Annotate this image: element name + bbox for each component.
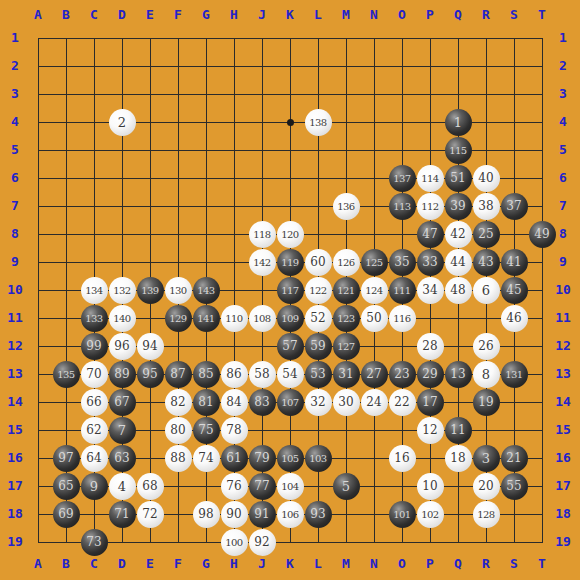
stone-O13-move-23[interactable]: 23	[389, 361, 416, 388]
stone-J14-move-83[interactable]: 83	[249, 389, 276, 416]
stone-R17-move-20[interactable]: 20	[473, 473, 500, 500]
coord-label-top-A: A	[24, 7, 52, 22]
stone-S16-move-21[interactable]: 21	[501, 445, 528, 472]
stone-H15-move-78[interactable]: 78	[221, 417, 248, 444]
coord-label-left-5: 5	[2, 136, 28, 164]
stone-F11-move-129[interactable]: 129	[165, 305, 192, 332]
stone-P17-move-10[interactable]: 10	[417, 473, 444, 500]
stone-B17-move-65[interactable]: 65	[53, 473, 80, 500]
stone-M9-move-126[interactable]: 126	[333, 249, 360, 276]
stone-K12-move-57[interactable]: 57	[277, 333, 304, 360]
stone-F15-move-80[interactable]: 80	[165, 417, 192, 444]
stone-C17-move-9[interactable]: 9	[81, 473, 108, 500]
stone-L18-move-93[interactable]: 93	[305, 501, 332, 528]
coord-label-left-19: 19	[2, 528, 28, 556]
stone-Q7-move-39[interactable]: 39	[445, 193, 472, 220]
stone-L11-move-52[interactable]: 52	[305, 305, 332, 332]
coord-label-right-10: 10	[550, 276, 576, 304]
coord-label-bottom-K: K	[276, 556, 304, 571]
stone-S11-move-46[interactable]: 46	[501, 305, 528, 332]
coord-label-left-15: 15	[2, 416, 28, 444]
coord-label-right-4: 4	[550, 108, 576, 136]
stone-J17-move-77[interactable]: 77	[249, 473, 276, 500]
stone-H17-move-76[interactable]: 76	[221, 473, 248, 500]
stone-Q6-move-51[interactable]: 51	[445, 165, 472, 192]
stone-Q16-move-18[interactable]: 18	[445, 445, 472, 472]
coord-label-bottom-A: A	[24, 556, 52, 571]
stone-P8-move-47[interactable]: 47	[417, 221, 444, 248]
stone-K17-move-104[interactable]: 104	[277, 473, 304, 500]
coord-label-right-11: 11	[550, 304, 576, 332]
coord-label-top-C: C	[80, 7, 108, 22]
coord-label-bottom-R: R	[472, 556, 500, 571]
coord-label-right-14: 14	[550, 388, 576, 416]
coord-label-left-13: 13	[2, 360, 28, 388]
coord-label-bottom-O: O	[388, 556, 416, 571]
stone-H13-move-86[interactable]: 86	[221, 361, 248, 388]
stone-G10-move-143[interactable]: 143	[193, 277, 220, 304]
coord-label-left-17: 17	[2, 472, 28, 500]
coord-label-left-14: 14	[2, 388, 28, 416]
coord-label-top-B: B	[52, 7, 80, 22]
coord-label-right-17: 17	[550, 472, 576, 500]
stone-F16-move-88[interactable]: 88	[165, 445, 192, 472]
stone-O7-move-113[interactable]: 113	[389, 193, 416, 220]
stone-D12-move-96[interactable]: 96	[109, 333, 136, 360]
coord-label-bottom-Q: Q	[444, 556, 472, 571]
stone-P7-move-112[interactable]: 112	[417, 193, 444, 220]
stone-D11-move-140[interactable]: 140	[109, 305, 136, 332]
stone-B18-move-69[interactable]: 69	[53, 501, 80, 528]
stone-H19-move-100[interactable]: 100	[221, 529, 248, 556]
stone-Q4-move-1[interactable]: 1	[445, 109, 472, 136]
coord-label-top-N: N	[360, 7, 388, 22]
coord-label-top-P: P	[416, 7, 444, 22]
coord-label-left-3: 3	[2, 80, 28, 108]
stone-E10-move-139[interactable]: 139	[137, 277, 164, 304]
stone-R10-move-6[interactable]: 6	[473, 277, 500, 304]
stone-O14-move-22[interactable]: 22	[389, 389, 416, 416]
stone-J16-move-79[interactable]: 79	[249, 445, 276, 472]
stone-G11-move-141[interactable]: 141	[193, 305, 220, 332]
coord-label-top-G: G	[192, 7, 220, 22]
stone-L13-move-53[interactable]: 53	[305, 361, 332, 388]
stone-M17-move-5[interactable]: 5	[333, 473, 360, 500]
grid-line	[542, 38, 543, 543]
stone-K11-move-109[interactable]: 109	[277, 305, 304, 332]
stone-J13-move-58[interactable]: 58	[249, 361, 276, 388]
stone-O16-move-16[interactable]: 16	[389, 445, 416, 472]
stone-Q5-move-115[interactable]: 115	[445, 137, 472, 164]
coord-label-top-H: H	[220, 7, 248, 22]
stone-H18-move-90[interactable]: 90	[221, 501, 248, 528]
stone-R18-move-128[interactable]: 128	[473, 501, 500, 528]
stone-S10-move-45[interactable]: 45	[501, 277, 528, 304]
stone-E12-move-94[interactable]: 94	[137, 333, 164, 360]
coord-label-bottom-H: H	[220, 556, 248, 571]
stone-D18-move-71[interactable]: 71	[109, 501, 136, 528]
stone-R14-move-19[interactable]: 19	[473, 389, 500, 416]
stone-E18-move-72[interactable]: 72	[137, 501, 164, 528]
stone-G15-move-75[interactable]: 75	[193, 417, 220, 444]
stone-J11-move-108[interactable]: 108	[249, 305, 276, 332]
coord-label-right-3: 3	[550, 80, 576, 108]
stone-F13-move-87[interactable]: 87	[165, 361, 192, 388]
stone-K18-move-106[interactable]: 106	[277, 501, 304, 528]
coord-label-left-4: 4	[2, 108, 28, 136]
stone-N14-move-24[interactable]: 24	[361, 389, 388, 416]
coord-label-top-S: S	[500, 7, 528, 22]
stone-B16-move-97[interactable]: 97	[53, 445, 80, 472]
coord-label-left-8: 8	[2, 220, 28, 248]
stone-R13-move-8[interactable]: 8	[473, 361, 500, 388]
coord-label-right-15: 15	[550, 416, 576, 444]
stone-D17-move-4[interactable]: 4	[109, 473, 136, 500]
coord-label-left-2: 2	[2, 52, 28, 80]
coord-label-left-18: 18	[2, 500, 28, 528]
coord-label-bottom-D: D	[108, 556, 136, 571]
coord-label-bottom-E: E	[136, 556, 164, 571]
stone-G13-move-85[interactable]: 85	[193, 361, 220, 388]
stone-P12-move-28[interactable]: 28	[417, 333, 444, 360]
coord-label-left-16: 16	[2, 444, 28, 472]
stone-Q13-move-13[interactable]: 13	[445, 361, 472, 388]
stone-O18-move-101[interactable]: 101	[389, 501, 416, 528]
stone-P13-move-29[interactable]: 29	[417, 361, 444, 388]
stone-T8-move-49[interactable]: 49	[529, 221, 556, 248]
stone-C12-move-99[interactable]: 99	[81, 333, 108, 360]
stone-L10-move-122[interactable]: 122	[305, 277, 332, 304]
stone-R9-move-43[interactable]: 43	[473, 249, 500, 276]
coord-label-top-M: M	[332, 7, 360, 22]
coord-label-left-11: 11	[2, 304, 28, 332]
coord-label-top-F: F	[164, 7, 192, 22]
stone-B13-move-135[interactable]: 135	[53, 361, 80, 388]
stone-J18-move-91[interactable]: 91	[249, 501, 276, 528]
stone-K14-move-107[interactable]: 107	[277, 389, 304, 416]
coord-label-bottom-J: J	[248, 556, 276, 571]
stone-S13-move-131[interactable]: 131	[501, 361, 528, 388]
stone-H16-move-61[interactable]: 61	[221, 445, 248, 472]
stone-G16-move-74[interactable]: 74	[193, 445, 220, 472]
stone-J8-move-118[interactable]: 118	[249, 221, 276, 248]
stone-K8-move-120[interactable]: 120	[277, 221, 304, 248]
coord-label-bottom-F: F	[164, 556, 192, 571]
coord-label-right-12: 12	[550, 332, 576, 360]
stone-O6-move-137[interactable]: 137	[389, 165, 416, 192]
stone-D16-move-63[interactable]: 63	[109, 445, 136, 472]
coord-label-right-2: 2	[550, 52, 576, 80]
stone-C16-move-64[interactable]: 64	[81, 445, 108, 472]
coord-label-right-9: 9	[550, 248, 576, 276]
star-point-K4	[287, 119, 294, 126]
stone-L9-move-60[interactable]: 60	[305, 249, 332, 276]
coord-label-left-6: 6	[2, 164, 28, 192]
stone-H11-move-110[interactable]: 110	[221, 305, 248, 332]
stone-S17-move-55[interactable]: 55	[501, 473, 528, 500]
stone-R8-move-25[interactable]: 25	[473, 221, 500, 248]
stone-G18-move-98[interactable]: 98	[193, 501, 220, 528]
stone-P14-move-17[interactable]: 17	[417, 389, 444, 416]
stone-D10-move-132[interactable]: 132	[109, 277, 136, 304]
stone-C10-move-134[interactable]: 134	[81, 277, 108, 304]
coord-label-top-T: T	[528, 7, 556, 22]
stone-K9-move-119[interactable]: 119	[277, 249, 304, 276]
stone-M7-move-136[interactable]: 136	[333, 193, 360, 220]
stone-N11-move-50[interactable]: 50	[361, 305, 388, 332]
stone-Q9-move-44[interactable]: 44	[445, 249, 472, 276]
coord-label-top-D: D	[108, 7, 136, 22]
stone-M14-move-30[interactable]: 30	[333, 389, 360, 416]
stone-Q15-move-11[interactable]: 11	[445, 417, 472, 444]
stone-R7-move-38[interactable]: 38	[473, 193, 500, 220]
stone-N10-move-124[interactable]: 124	[361, 277, 388, 304]
stone-L16-move-103[interactable]: 103	[305, 445, 332, 472]
stone-O10-move-111[interactable]: 111	[389, 277, 416, 304]
stone-D13-move-89[interactable]: 89	[109, 361, 136, 388]
coord-label-left-12: 12	[2, 332, 28, 360]
stone-P10-move-34[interactable]: 34	[417, 277, 444, 304]
stone-C14-move-66[interactable]: 66	[81, 389, 108, 416]
stone-P6-move-114[interactable]: 114	[417, 165, 444, 192]
coord-label-bottom-G: G	[192, 556, 220, 571]
stone-K10-move-117[interactable]: 117	[277, 277, 304, 304]
coord-label-left-1: 1	[2, 24, 28, 52]
stone-M13-move-31[interactable]: 31	[333, 361, 360, 388]
coord-label-top-Q: Q	[444, 7, 472, 22]
coord-label-left-9: 9	[2, 248, 28, 276]
stone-C11-move-133[interactable]: 133	[81, 305, 108, 332]
stone-L14-move-32[interactable]: 32	[305, 389, 332, 416]
stone-G14-move-81[interactable]: 81	[193, 389, 220, 416]
stone-N9-move-125[interactable]: 125	[361, 249, 388, 276]
stone-D15-move-7[interactable]: 7	[109, 417, 136, 444]
stone-M11-move-123[interactable]: 123	[333, 305, 360, 332]
coord-label-top-J: J	[248, 7, 276, 22]
stone-L12-move-59[interactable]: 59	[305, 333, 332, 360]
stone-P18-move-102[interactable]: 102	[417, 501, 444, 528]
coord-label-right-13: 13	[550, 360, 576, 388]
coord-label-right-1: 1	[550, 24, 576, 52]
coord-label-left-7: 7	[2, 192, 28, 220]
stone-D14-move-67[interactable]: 67	[109, 389, 136, 416]
stone-P9-move-33[interactable]: 33	[417, 249, 444, 276]
stone-D4-move-2[interactable]: 2	[109, 109, 136, 136]
stone-R6-move-40[interactable]: 40	[473, 165, 500, 192]
stone-C13-move-70[interactable]: 70	[81, 361, 108, 388]
stone-C15-move-62[interactable]: 62	[81, 417, 108, 444]
coord-label-right-19: 19	[550, 528, 576, 556]
stone-F10-move-130[interactable]: 130	[165, 277, 192, 304]
stone-M12-move-127[interactable]: 127	[333, 333, 360, 360]
grid-line	[38, 542, 543, 543]
coord-label-top-O: O	[388, 7, 416, 22]
stone-Q8-move-42[interactable]: 42	[445, 221, 472, 248]
stone-O9-move-35[interactable]: 35	[389, 249, 416, 276]
stone-J9-move-142[interactable]: 142	[249, 249, 276, 276]
coord-label-top-E: E	[136, 7, 164, 22]
coord-label-right-5: 5	[550, 136, 576, 164]
stone-N13-move-27[interactable]: 27	[361, 361, 388, 388]
stone-P15-move-12[interactable]: 12	[417, 417, 444, 444]
coord-label-right-7: 7	[550, 192, 576, 220]
coord-label-bottom-T: T	[528, 556, 556, 571]
stone-K13-move-54[interactable]: 54	[277, 361, 304, 388]
stone-J19-move-92[interactable]: 92	[249, 529, 276, 556]
stone-H14-move-84[interactable]: 84	[221, 389, 248, 416]
coord-label-bottom-S: S	[500, 556, 528, 571]
coord-label-top-R: R	[472, 7, 500, 22]
stone-L4-move-138[interactable]: 138	[305, 109, 332, 136]
stone-K16-move-105[interactable]: 105	[277, 445, 304, 472]
coord-label-bottom-M: M	[332, 556, 360, 571]
coord-label-bottom-L: L	[304, 556, 332, 571]
coord-label-bottom-C: C	[80, 556, 108, 571]
coord-label-top-K: K	[276, 7, 304, 22]
stone-E13-move-95[interactable]: 95	[137, 361, 164, 388]
go-board[interactable]: AABBCCDDEEFFGGHHJJKKLLMMNNOOPPQQRRSSTT11…	[0, 0, 580, 580]
stone-E17-move-68[interactable]: 68	[137, 473, 164, 500]
coord-label-top-L: L	[304, 7, 332, 22]
stone-S7-move-37[interactable]: 37	[501, 193, 528, 220]
coord-label-right-6: 6	[550, 164, 576, 192]
coord-label-right-18: 18	[550, 500, 576, 528]
coord-label-bottom-P: P	[416, 556, 444, 571]
stone-Q10-move-48[interactable]: 48	[445, 277, 472, 304]
stone-C19-move-73[interactable]: 73	[81, 529, 108, 556]
coord-label-bottom-B: B	[52, 556, 80, 571]
stone-F14-move-82[interactable]: 82	[165, 389, 192, 416]
stone-O11-move-116[interactable]: 116	[389, 305, 416, 332]
stone-R16-move-3[interactable]: 3	[473, 445, 500, 472]
stone-S9-move-41[interactable]: 41	[501, 249, 528, 276]
coord-label-bottom-N: N	[360, 556, 388, 571]
stone-M10-move-121[interactable]: 121	[333, 277, 360, 304]
stone-R12-move-26[interactable]: 26	[473, 333, 500, 360]
coord-label-right-16: 16	[550, 444, 576, 472]
coord-label-left-10: 10	[2, 276, 28, 304]
